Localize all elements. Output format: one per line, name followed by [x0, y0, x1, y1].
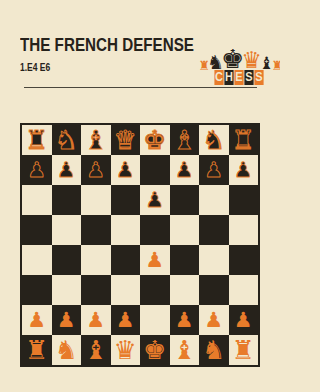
square-b3	[52, 275, 82, 305]
square-d6	[111, 185, 141, 215]
square-c7: ♟	[81, 155, 111, 185]
black-pawn: ♟	[204, 160, 223, 181]
black-bishop: ♝	[84, 127, 107, 153]
logo-piece-icon: ♚	[221, 47, 241, 72]
square-f7: ♟	[170, 155, 200, 185]
white-pawn: ♟	[86, 310, 105, 331]
black-pawn: ♟	[116, 160, 135, 181]
white-pawn: ♟	[145, 250, 164, 271]
square-f5	[170, 215, 200, 245]
white-rook: ♜	[25, 337, 48, 363]
square-h2: ♟	[229, 305, 259, 335]
white-pawn: ♟	[116, 310, 135, 331]
white-pawn: ♟	[57, 310, 76, 331]
black-king: ♚	[143, 127, 166, 153]
square-e3	[140, 275, 170, 305]
square-d4	[111, 245, 141, 275]
square-f6	[170, 185, 200, 215]
square-h1: ♜	[229, 335, 259, 365]
black-queen: ♛	[114, 127, 137, 153]
square-a8: ♜	[22, 125, 52, 155]
black-pawn: ♟	[145, 190, 164, 211]
square-e2	[140, 305, 170, 335]
square-c4	[81, 245, 111, 275]
white-knight: ♞	[55, 337, 78, 363]
header-divider	[24, 87, 257, 88]
square-c6	[81, 185, 111, 215]
square-h7: ♟	[229, 155, 259, 185]
square-d2: ♟	[111, 305, 141, 335]
square-b2: ♟	[52, 305, 82, 335]
square-a2: ♟	[22, 305, 52, 335]
square-g5	[199, 215, 229, 245]
square-h3	[229, 275, 259, 305]
black-knight: ♞	[55, 127, 78, 153]
square-h8: ♜	[229, 125, 259, 155]
black-rook: ♜	[232, 127, 255, 153]
white-pawn: ♟	[27, 310, 46, 331]
black-knight: ♞	[202, 127, 225, 153]
logo-letter: H	[224, 70, 233, 85]
logo-piece-icon: ♜	[198, 60, 207, 72]
square-h5	[229, 215, 259, 245]
white-rook: ♜	[232, 337, 255, 363]
square-h6	[229, 185, 259, 215]
white-knight: ♞	[202, 337, 225, 363]
white-pawn: ♟	[175, 310, 194, 331]
logo-piece-icon: ♛	[241, 50, 259, 72]
chess-board: ♜♞♝♛♚♝♞♜♟♟♟♟♟♟♟♟♟♟♟♟♟♟♟♟♜♞♝♛♚♝♞♜	[20, 123, 260, 367]
white-pawn: ♟	[234, 310, 253, 331]
square-h4	[229, 245, 259, 275]
square-f3	[170, 275, 200, 305]
square-a5	[22, 215, 52, 245]
square-b4	[52, 245, 82, 275]
square-c5	[81, 215, 111, 245]
black-rook: ♜	[25, 127, 48, 153]
square-a7: ♟	[22, 155, 52, 185]
logo-letter: S	[244, 70, 253, 85]
square-g2: ♟	[199, 305, 229, 335]
white-bishop: ♝	[84, 337, 107, 363]
square-c3	[81, 275, 111, 305]
white-pawn: ♟	[204, 310, 223, 331]
square-c8: ♝	[81, 125, 111, 155]
square-e4: ♟	[140, 245, 170, 275]
white-bishop: ♝	[173, 337, 196, 363]
chess-logo-label: CHESS	[210, 70, 268, 85]
black-pawn: ♟	[27, 160, 46, 181]
opening-moves: 1.E4 E6	[20, 63, 205, 73]
black-bishop: ♝	[173, 127, 196, 153]
square-g6	[199, 185, 229, 215]
square-g1: ♞	[199, 335, 229, 365]
square-e7	[140, 155, 170, 185]
square-c2: ♟	[81, 305, 111, 335]
black-pawn: ♟	[175, 160, 194, 181]
square-b8: ♞	[52, 125, 82, 155]
square-a1: ♜	[22, 335, 52, 365]
square-f4	[170, 245, 200, 275]
square-a4	[22, 245, 52, 275]
square-g7: ♟	[199, 155, 229, 185]
square-b7: ♟	[52, 155, 82, 185]
square-b6	[52, 185, 82, 215]
black-pawn: ♟	[86, 160, 105, 181]
square-d3	[111, 275, 141, 305]
chess-logo: ♜♞♚♛♝♜ CHESS	[210, 30, 268, 85]
square-e6: ♟	[140, 185, 170, 215]
square-f2: ♟	[170, 305, 200, 335]
square-e1: ♚	[140, 335, 170, 365]
square-c1: ♝	[81, 335, 111, 365]
poster-title: THE FRENCH DEFENSE	[20, 35, 194, 54]
square-d1: ♛	[111, 335, 141, 365]
chess-logo-pieces: ♜♞♚♛♝♜	[210, 47, 268, 72]
black-pawn: ♟	[57, 160, 76, 181]
white-queen: ♛	[114, 337, 137, 363]
square-a6	[22, 185, 52, 215]
square-b1: ♞	[52, 335, 82, 365]
square-g3	[199, 275, 229, 305]
square-f1: ♝	[170, 335, 200, 365]
square-f8: ♝	[170, 125, 200, 155]
square-d7: ♟	[111, 155, 141, 185]
black-pawn: ♟	[234, 160, 253, 181]
square-g8: ♞	[199, 125, 229, 155]
square-d5	[111, 215, 141, 245]
logo-letter: C	[214, 70, 223, 85]
white-king: ♚	[143, 337, 166, 363]
square-a3	[22, 275, 52, 305]
square-d8: ♛	[111, 125, 141, 155]
square-e8: ♚	[140, 125, 170, 155]
logo-letter: S	[254, 70, 263, 85]
logo-letter: E	[234, 70, 243, 85]
square-b5	[52, 215, 82, 245]
square-g4	[199, 245, 229, 275]
logo-piece-icon: ♜	[271, 60, 280, 72]
square-e5	[140, 215, 170, 245]
